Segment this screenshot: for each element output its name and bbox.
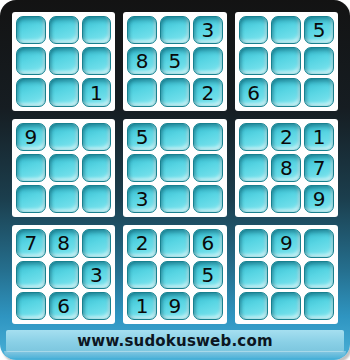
cell-r2c4[interactable]: 8 [127, 47, 157, 75]
cell-r8c9[interactable] [304, 261, 334, 289]
cell-r6c1[interactable] [16, 185, 46, 213]
cell-r2c1[interactable] [16, 47, 46, 75]
cell-r8c1[interactable] [16, 261, 46, 289]
cell-r3c4[interactable] [127, 78, 157, 106]
cell-r7c2[interactable]: 8 [49, 229, 79, 257]
cell-r3c8[interactable] [271, 78, 301, 106]
cell-r3c2[interactable] [49, 78, 79, 106]
sudoku-board-frame: 1385256953218797836265199 www.sudokusweb… [0, 0, 350, 360]
cell-r1c3[interactable] [82, 16, 112, 44]
cell-r6c2[interactable] [49, 185, 79, 213]
cell-r1c5[interactable] [160, 16, 190, 44]
cell-r7c4[interactable]: 2 [127, 229, 157, 257]
cell-r4c3[interactable] [82, 123, 112, 151]
cell-r1c8[interactable] [271, 16, 301, 44]
cell-r6c9[interactable]: 9 [304, 185, 334, 213]
cell-r8c8[interactable] [271, 261, 301, 289]
cell-r3c5[interactable] [160, 78, 190, 106]
cell-r6c5[interactable] [160, 185, 190, 213]
cell-r9c6[interactable] [193, 292, 223, 320]
cell-r1c2[interactable] [49, 16, 79, 44]
cell-r7c9[interactable] [304, 229, 334, 257]
sudoku-box-3: 56 [235, 12, 338, 111]
cell-r5c2[interactable] [49, 154, 79, 182]
cell-r9c2[interactable]: 6 [49, 292, 79, 320]
sudoku-box-2: 3852 [123, 12, 226, 111]
cell-r5c5[interactable] [160, 154, 190, 182]
cell-r2c9[interactable] [304, 47, 334, 75]
cell-r6c4[interactable]: 3 [127, 185, 157, 213]
cell-r5c3[interactable] [82, 154, 112, 182]
cell-r7c6[interactable]: 6 [193, 229, 223, 257]
sudoku-box-7: 7836 [12, 225, 115, 324]
cell-r5c7[interactable] [239, 154, 269, 182]
cell-r6c6[interactable] [193, 185, 223, 213]
cell-r5c4[interactable] [127, 154, 157, 182]
cell-r4c9[interactable]: 1 [304, 123, 334, 151]
sudoku-grid: 1385256953218797836265199 [12, 12, 338, 324]
cell-r2c3[interactable] [82, 47, 112, 75]
cell-r9c4[interactable]: 1 [127, 292, 157, 320]
cell-r4c1[interactable]: 9 [16, 123, 46, 151]
cell-r8c2[interactable] [49, 261, 79, 289]
sudoku-box-6: 21879 [235, 119, 338, 218]
cell-r1c6[interactable]: 3 [193, 16, 223, 44]
cell-r9c7[interactable] [239, 292, 269, 320]
cell-r3c6[interactable]: 2 [193, 78, 223, 106]
cell-r7c3[interactable] [82, 229, 112, 257]
cell-r4c8[interactable]: 2 [271, 123, 301, 151]
cell-r2c5[interactable]: 5 [160, 47, 190, 75]
cell-r7c5[interactable] [160, 229, 190, 257]
sudoku-box-1: 1 [12, 12, 115, 111]
cell-r6c7[interactable] [239, 185, 269, 213]
footer-bar: www.sudokusweb.com [6, 330, 344, 352]
cell-r4c5[interactable] [160, 123, 190, 151]
cell-r5c8[interactable]: 8 [271, 154, 301, 182]
cell-r9c8[interactable] [271, 292, 301, 320]
cell-r3c7[interactable]: 6 [239, 78, 269, 106]
cell-r8c3[interactable]: 3 [82, 261, 112, 289]
cell-r2c2[interactable] [49, 47, 79, 75]
cell-r7c1[interactable]: 7 [16, 229, 46, 257]
cell-r5c9[interactable]: 7 [304, 154, 334, 182]
cell-r8c6[interactable]: 5 [193, 261, 223, 289]
sudoku-box-9: 9 [235, 225, 338, 324]
cell-r8c7[interactable] [239, 261, 269, 289]
cell-r3c3[interactable]: 1 [82, 78, 112, 106]
cell-r4c7[interactable] [239, 123, 269, 151]
cell-r4c4[interactable]: 5 [127, 123, 157, 151]
cell-r7c7[interactable] [239, 229, 269, 257]
website-url: www.sudokusweb.com [77, 332, 272, 350]
cell-r6c8[interactable] [271, 185, 301, 213]
sudoku-box-8: 26519 [123, 225, 226, 324]
cell-r3c1[interactable] [16, 78, 46, 106]
cell-r2c6[interactable] [193, 47, 223, 75]
cell-r7c8[interactable]: 9 [271, 229, 301, 257]
cell-r5c1[interactable] [16, 154, 46, 182]
cell-r2c7[interactable] [239, 47, 269, 75]
cell-r6c3[interactable] [82, 185, 112, 213]
cell-r1c1[interactable] [16, 16, 46, 44]
cell-r3c9[interactable] [304, 78, 334, 106]
cell-r9c5[interactable]: 9 [160, 292, 190, 320]
cell-r9c9[interactable] [304, 292, 334, 320]
cell-r8c4[interactable] [127, 261, 157, 289]
sudoku-box-5: 53 [123, 119, 226, 218]
cell-r4c6[interactable] [193, 123, 223, 151]
cell-r1c7[interactable] [239, 16, 269, 44]
cell-r1c9[interactable]: 5 [304, 16, 334, 44]
sudoku-box-4: 9 [12, 119, 115, 218]
cell-r5c6[interactable] [193, 154, 223, 182]
cell-r2c8[interactable] [271, 47, 301, 75]
cell-r8c5[interactable] [160, 261, 190, 289]
cell-r4c2[interactable] [49, 123, 79, 151]
cell-r9c1[interactable] [16, 292, 46, 320]
cell-r9c3[interactable] [82, 292, 112, 320]
cell-r1c4[interactable] [127, 16, 157, 44]
